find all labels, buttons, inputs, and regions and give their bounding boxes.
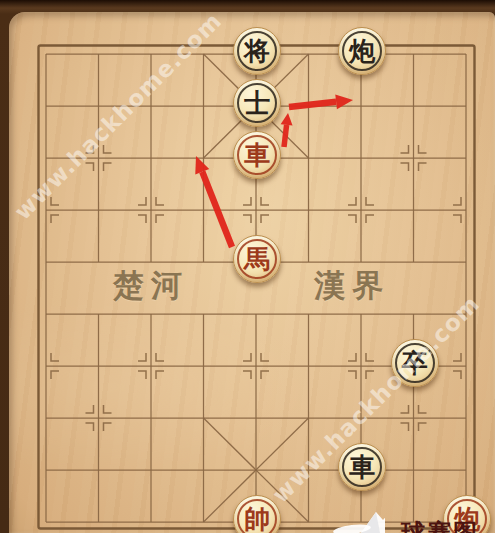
river-label-left: 楚河	[113, 265, 189, 307]
piece-glyph: 馬	[244, 246, 270, 272]
piece-black-soldier[interactable]: 卒	[391, 339, 439, 387]
piece-glyph: 将	[244, 38, 270, 64]
piece-glyph: 帥	[244, 506, 270, 532]
piece-red-horse[interactable]: 馬	[233, 235, 281, 283]
xiangqi-screenshot: 楚河 漢界 将炮士車馬卒車帥炮 www.hackhome.comwww.hack…	[0, 0, 495, 533]
piece-glyph: 士	[244, 90, 270, 116]
piece-black-general[interactable]: 将	[233, 27, 281, 75]
piece-glyph: 車	[244, 142, 270, 168]
piece-glyph: 卒	[402, 350, 428, 376]
river-label-right: 漢界	[314, 265, 390, 307]
piece-black-chariot[interactable]: 車	[338, 443, 386, 491]
piece-glyph: 炮	[349, 38, 375, 64]
piece-red-chariot[interactable]: 車	[233, 131, 281, 179]
piece-glyph: 車	[349, 454, 375, 480]
piece-black-cannon[interactable]: 炮	[338, 27, 386, 75]
piece-glyph: 炮	[454, 506, 480, 532]
piece-black-advisor[interactable]: 士	[233, 79, 281, 127]
